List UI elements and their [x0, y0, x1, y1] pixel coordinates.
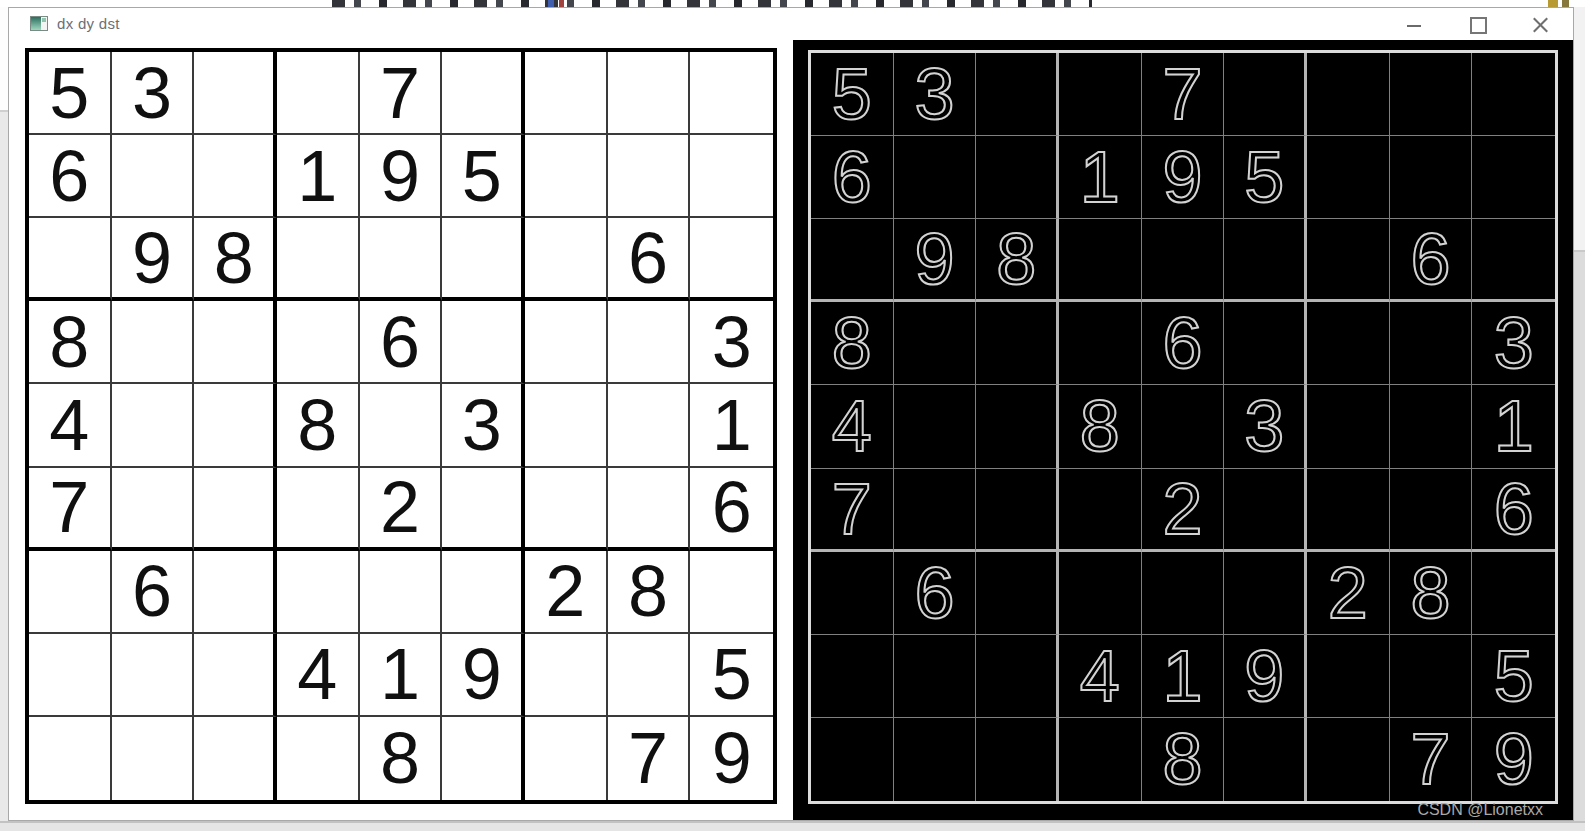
- cell-edges-r4c8: [1390, 302, 1473, 385]
- cell-edges-r5c5: [1142, 385, 1225, 468]
- cell-original-r9c7: [525, 717, 608, 800]
- cell-edges-r6c7: [1307, 469, 1390, 552]
- cell-original-r7c2: 6: [112, 551, 195, 634]
- cell-edges-r8c7: [1307, 635, 1390, 718]
- cell-original-r1c4: [277, 52, 360, 135]
- cell-edges-r3c7: [1307, 219, 1390, 302]
- cell-edges-r4c3: [976, 302, 1059, 385]
- sudoku-grid-edges: 537619598686348317266284195879: [808, 50, 1558, 804]
- cell-original-r2c4: 1: [277, 135, 360, 218]
- cell-edges-r2c6: 5: [1224, 136, 1307, 219]
- cell-edges-r4c7: [1307, 302, 1390, 385]
- cell-original-r2c7: [525, 135, 608, 218]
- cell-edges-r5c3: [976, 385, 1059, 468]
- cell-edges-r9c4: [1059, 718, 1142, 801]
- titlebar[interactable]: dx dy dst: [9, 8, 1573, 40]
- cell-edges-r2c7: [1307, 136, 1390, 219]
- sudoku-grid-original: 537619598686348317266284195879: [25, 48, 777, 804]
- cell-original-r6c6: [442, 468, 525, 551]
- cell-original-r1c5: 7: [360, 52, 443, 135]
- cell-original-r4c2: [112, 301, 195, 384]
- cell-edges-r5c7: [1307, 385, 1390, 468]
- cell-edges-r2c1: 6: [811, 136, 894, 219]
- cell-original-r3c2: 9: [112, 218, 195, 301]
- desktop-edge-bottom: [0, 821, 1585, 831]
- cell-original-r4c1: 8: [29, 301, 112, 384]
- cell-original-r2c6: 5: [442, 135, 525, 218]
- cell-edges-r5c4: 8: [1059, 385, 1142, 468]
- cell-edges-r4c5: 6: [1142, 302, 1225, 385]
- cell-original-r7c8: 8: [608, 551, 691, 634]
- background-window-artifact: [548, 0, 554, 7]
- cell-edges-r9c2: [894, 718, 977, 801]
- cell-original-r8c2: [112, 634, 195, 717]
- cell-edges-r9c8: 7: [1390, 718, 1473, 801]
- cell-original-r7c4: [277, 551, 360, 634]
- cell-original-r3c1: [29, 218, 112, 301]
- cell-original-r5c3: [194, 384, 277, 467]
- cell-edges-r8c9: 5: [1472, 635, 1555, 718]
- cell-original-r3c9: [690, 218, 773, 301]
- cell-original-r3c3: 8: [194, 218, 277, 301]
- cell-original-r3c7: [525, 218, 608, 301]
- cell-edges-r6c6: [1224, 469, 1307, 552]
- cell-edges-r9c6: [1224, 718, 1307, 801]
- cell-edges-r8c6: 9: [1224, 635, 1307, 718]
- cell-edges-r2c2: [894, 136, 977, 219]
- cell-original-r1c7: [525, 52, 608, 135]
- cell-original-r6c2: [112, 468, 195, 551]
- cell-edges-r7c2: 6: [894, 552, 977, 635]
- cell-original-r6c3: [194, 468, 277, 551]
- cell-original-r7c9: [690, 551, 773, 634]
- cell-edges-r6c8: [1390, 469, 1473, 552]
- background-window-artifact: [559, 0, 564, 7]
- cell-edges-r1c3: [976, 53, 1059, 136]
- cell-original-r1c1: 5: [29, 52, 112, 135]
- cell-original-r7c1: [29, 551, 112, 634]
- desktop-edge-right: [1574, 7, 1585, 821]
- cell-original-r6c8: [608, 468, 691, 551]
- cell-original-r7c3: [194, 551, 277, 634]
- minimize-button[interactable]: [1406, 16, 1423, 33]
- cell-edges-r4c1: 8: [811, 302, 894, 385]
- cell-original-r5c6: 3: [442, 384, 525, 467]
- cell-edges-r9c3: [976, 718, 1059, 801]
- cell-edges-r3c1: [811, 219, 894, 302]
- cell-edges-r9c7: [1307, 718, 1390, 801]
- cell-edges-r1c2: 3: [894, 53, 977, 136]
- cell-original-r9c9: 9: [690, 717, 773, 800]
- cell-original-r1c3: [194, 52, 277, 135]
- cell-edges-r7c6: [1224, 552, 1307, 635]
- cell-original-r1c9: [690, 52, 773, 135]
- cell-edges-r4c2: [894, 302, 977, 385]
- cell-original-r3c4: [277, 218, 360, 301]
- cell-edges-r7c7: 2: [1307, 552, 1390, 635]
- maximize-button[interactable]: [1469, 16, 1486, 33]
- cell-original-r6c1: 7: [29, 468, 112, 551]
- cell-edges-r1c1: 5: [811, 53, 894, 136]
- cell-original-r6c4: [277, 468, 360, 551]
- cell-original-r9c6: [442, 717, 525, 800]
- cell-edges-r3c6: [1224, 219, 1307, 302]
- cell-original-r2c1: 6: [29, 135, 112, 218]
- cell-original-r9c2: [112, 717, 195, 800]
- cell-edges-r9c5: 8: [1142, 718, 1225, 801]
- cell-edges-r5c1: 4: [811, 385, 894, 468]
- cell-original-r8c8: [608, 634, 691, 717]
- cell-original-r4c4: [277, 301, 360, 384]
- cell-edges-r7c8: 8: [1390, 552, 1473, 635]
- cell-original-r1c6: [442, 52, 525, 135]
- cell-edges-r1c7: [1307, 53, 1390, 136]
- cell-original-r5c9: 1: [690, 384, 773, 467]
- cell-edges-r6c5: 2: [1142, 469, 1225, 552]
- cell-original-r8c6: 9: [442, 634, 525, 717]
- cell-original-r4c6: [442, 301, 525, 384]
- cell-edges-r4c4: [1059, 302, 1142, 385]
- cell-edges-r6c1: 7: [811, 469, 894, 552]
- cell-original-r8c9: 5: [690, 634, 773, 717]
- cell-original-r2c3: [194, 135, 277, 218]
- cell-edges-r3c4: [1059, 219, 1142, 302]
- cell-original-r2c8: [608, 135, 691, 218]
- cell-edges-r4c9: 3: [1472, 302, 1555, 385]
- cell-edges-r7c5: [1142, 552, 1225, 635]
- cell-original-r5c5: [360, 384, 443, 467]
- cell-original-r4c8: [608, 301, 691, 384]
- cell-original-r7c7: 2: [525, 551, 608, 634]
- window-controls: [1406, 8, 1549, 40]
- cell-original-r4c5: 6: [360, 301, 443, 384]
- cell-original-r5c7: [525, 384, 608, 467]
- cell-edges-r7c9: [1472, 552, 1555, 635]
- cell-original-r3c8: 6: [608, 218, 691, 301]
- cell-edges-r5c8: [1390, 385, 1473, 468]
- image-icon: [30, 16, 48, 31]
- cell-original-r2c2: [112, 135, 195, 218]
- cell-edges-r6c2: [894, 469, 977, 552]
- cell-edges-r5c2: [894, 385, 977, 468]
- background-window-artifact: [1562, 0, 1569, 7]
- cell-edges-r5c9: 1: [1472, 385, 1555, 468]
- cell-edges-r7c1: [811, 552, 894, 635]
- cell-original-r9c5: 8: [360, 717, 443, 800]
- cell-edges-r8c2: [894, 635, 977, 718]
- cell-edges-r2c3: [976, 136, 1059, 219]
- original-image-panel: 537619598686348317266284195879: [9, 40, 793, 820]
- cell-edges-r4c6: [1224, 302, 1307, 385]
- desktop-edge-left: [0, 7, 8, 821]
- background-window-artifact: [1548, 0, 1558, 7]
- cell-edges-r8c3: [976, 635, 1059, 718]
- cell-edges-r6c4: [1059, 469, 1142, 552]
- cell-original-r9c3: [194, 717, 277, 800]
- cell-original-r7c6: [442, 551, 525, 634]
- cell-edges-r2c8: [1390, 136, 1473, 219]
- cell-original-r6c7: [525, 468, 608, 551]
- cell-original-r6c9: 6: [690, 468, 773, 551]
- cell-original-r8c7: [525, 634, 608, 717]
- cell-edges-r7c3: [976, 552, 1059, 635]
- cell-original-r5c4: 8: [277, 384, 360, 467]
- cell-edges-r1c6: [1224, 53, 1307, 136]
- close-button[interactable]: [1532, 16, 1549, 33]
- cell-edges-r1c5: 7: [1142, 53, 1225, 136]
- cell-edges-r6c9: 6: [1472, 469, 1555, 552]
- cell-original-r3c5: [360, 218, 443, 301]
- edge-image-panel: 537619598686348317266284195879 CSDN @Lio…: [793, 40, 1573, 820]
- background-window-artifact: [332, 0, 1092, 7]
- cell-original-r5c1: 4: [29, 384, 112, 467]
- cell-original-r8c5: 1: [360, 634, 443, 717]
- cell-edges-r8c1: [811, 635, 894, 718]
- cell-original-r5c2: [112, 384, 195, 467]
- cell-edges-r6c3: [976, 469, 1059, 552]
- cell-edges-r2c5: 9: [1142, 136, 1225, 219]
- cell-original-r2c5: 9: [360, 135, 443, 218]
- cell-edges-r3c8: 6: [1390, 219, 1473, 302]
- cell-edges-r3c2: 9: [894, 219, 977, 302]
- cell-original-r4c7: [525, 301, 608, 384]
- cell-edges-r2c9: [1472, 136, 1555, 219]
- cell-original-r8c1: [29, 634, 112, 717]
- watermark: CSDN @Lionetxx: [1417, 801, 1543, 819]
- cell-edges-r1c4: [1059, 53, 1142, 136]
- opencv-window: dx dy dst 537619598686348317266284195879…: [8, 7, 1574, 821]
- cell-edges-r8c8: [1390, 635, 1473, 718]
- cell-original-r1c2: 3: [112, 52, 195, 135]
- cell-original-r1c8: [608, 52, 691, 135]
- cell-edges-r7c4: [1059, 552, 1142, 635]
- cell-edges-r3c5: [1142, 219, 1225, 302]
- desktop-edge-top: [0, 0, 1585, 7]
- cell-original-r8c4: 4: [277, 634, 360, 717]
- cell-original-r9c4: [277, 717, 360, 800]
- cell-edges-r1c9: [1472, 53, 1555, 136]
- window-title: dx dy dst: [57, 15, 120, 32]
- window-content: 537619598686348317266284195879 537619598…: [9, 40, 1573, 820]
- cell-original-r9c8: 7: [608, 717, 691, 800]
- cell-edges-r3c9: [1472, 219, 1555, 302]
- cell-edges-r8c4: 4: [1059, 635, 1142, 718]
- cell-original-r7c5: [360, 551, 443, 634]
- cell-edges-r1c8: [1390, 53, 1473, 136]
- cell-original-r9c1: [29, 717, 112, 800]
- cell-original-r5c8: [608, 384, 691, 467]
- cell-original-r8c3: [194, 634, 277, 717]
- cell-edges-r3c3: 8: [976, 219, 1059, 302]
- cell-edges-r9c1: [811, 718, 894, 801]
- cell-original-r4c3: [194, 301, 277, 384]
- cell-original-r6c5: 2: [360, 468, 443, 551]
- cell-original-r2c9: [690, 135, 773, 218]
- cell-edges-r5c6: 3: [1224, 385, 1307, 468]
- cell-edges-r9c9: 9: [1472, 718, 1555, 801]
- cell-edges-r8c5: 1: [1142, 635, 1225, 718]
- cell-original-r3c6: [442, 218, 525, 301]
- cell-original-r4c9: 3: [690, 301, 773, 384]
- cell-edges-r2c4: 1: [1059, 136, 1142, 219]
